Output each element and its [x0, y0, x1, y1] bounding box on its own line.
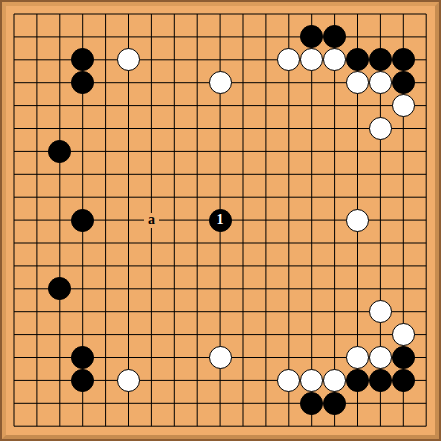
white-stone — [346, 209, 369, 232]
white-stone — [300, 369, 323, 392]
black-stone — [346, 369, 369, 392]
black-stone — [323, 392, 346, 415]
white-stone — [209, 71, 232, 94]
white-stone — [369, 300, 392, 323]
white-stone — [369, 346, 392, 369]
white-stone — [323, 369, 346, 392]
black-stone — [369, 369, 392, 392]
black-stone — [392, 48, 415, 71]
go-board: 1a — [0, 0, 441, 441]
point-letter-label: a — [144, 213, 159, 228]
move-number-label: 1 — [209, 209, 232, 232]
black-stone — [300, 392, 323, 415]
black-stone — [392, 71, 415, 94]
white-stone — [392, 323, 415, 346]
black-stone — [71, 369, 94, 392]
white-stone — [346, 346, 369, 369]
white-stone — [117, 369, 140, 392]
white-stone — [369, 71, 392, 94]
black-stone — [392, 346, 415, 369]
white-stone — [392, 94, 415, 117]
white-stone — [369, 117, 392, 140]
black-stone — [71, 209, 94, 232]
black-stone — [392, 369, 415, 392]
white-stone — [209, 346, 232, 369]
